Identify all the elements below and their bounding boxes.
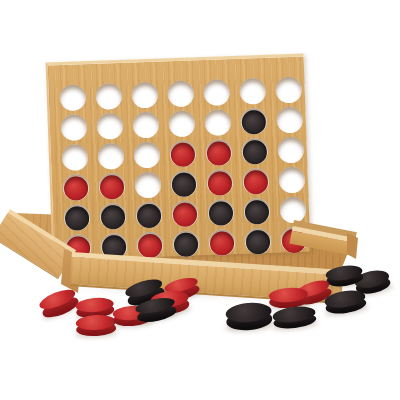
board-cell[interactable] — [173, 230, 200, 257]
red-disc — [99, 175, 124, 200]
board-cell[interactable] — [278, 167, 305, 194]
board-cell[interactable] — [205, 139, 232, 166]
board-cell[interactable] — [136, 202, 163, 229]
red-disc — [172, 202, 197, 227]
board-cell[interactable] — [276, 107, 303, 134]
board-cell[interactable] — [245, 228, 272, 255]
red-disc — [209, 231, 234, 256]
board-cell[interactable] — [100, 203, 127, 230]
board-cell[interactable] — [277, 137, 304, 164]
red-disc — [207, 171, 232, 196]
board-cell[interactable] — [135, 172, 162, 199]
board-grid — [48, 57, 311, 262]
tray-right-rim-end — [347, 233, 359, 260]
board-cell[interactable] — [137, 232, 164, 259]
black-disc — [64, 206, 89, 231]
black-disc — [242, 140, 267, 165]
red-disc — [243, 170, 268, 195]
board-cell[interactable] — [167, 80, 194, 107]
board-cell[interactable] — [239, 78, 266, 105]
black-disc — [244, 200, 269, 225]
black-disc — [100, 205, 125, 230]
board-cell[interactable] — [242, 168, 269, 195]
board-cell[interactable] — [206, 169, 233, 196]
board-cell[interactable] — [62, 144, 89, 171]
loose-disc-red[interactable] — [37, 286, 81, 322]
board-cell[interactable] — [95, 83, 122, 110]
board-cell[interactable] — [59, 84, 86, 111]
board-cell[interactable] — [131, 82, 158, 109]
black-disc — [136, 203, 161, 228]
board-cell[interactable] — [203, 79, 230, 106]
board-cell[interactable] — [172, 200, 199, 227]
board-cell[interactable] — [170, 170, 197, 197]
board-cell[interactable] — [132, 112, 159, 139]
board-cell[interactable] — [209, 229, 236, 256]
board-cell[interactable] — [64, 204, 91, 231]
board-cell[interactable] — [96, 113, 123, 140]
red-disc — [63, 176, 88, 201]
red-disc — [206, 141, 231, 166]
board-cell[interactable] — [97, 143, 124, 170]
board-cell[interactable] — [240, 108, 267, 135]
board-cell[interactable] — [208, 199, 235, 226]
black-disc — [171, 172, 196, 197]
black-disc — [241, 110, 266, 135]
red-disc — [170, 142, 195, 167]
connect-four-board — [46, 54, 311, 261]
board-cell[interactable] — [275, 77, 302, 104]
loose-disc-black[interactable] — [272, 304, 317, 331]
photo-stage — [0, 0, 400, 400]
loose-disc-black[interactable] — [225, 301, 273, 333]
board-cell[interactable] — [63, 174, 90, 201]
board-cell[interactable] — [133, 142, 160, 169]
board-cell[interactable] — [241, 138, 268, 165]
board-cell[interactable] — [168, 110, 195, 137]
board-cell[interactable] — [99, 173, 126, 200]
black-disc — [245, 230, 270, 255]
black-disc — [208, 201, 233, 226]
loose-disc-black[interactable] — [323, 288, 367, 317]
board-cell[interactable] — [243, 198, 270, 225]
board-cell[interactable] — [279, 197, 306, 224]
black-disc — [173, 232, 198, 257]
board-cell[interactable] — [60, 114, 87, 141]
loose-disc-red[interactable] — [75, 314, 116, 338]
red-disc — [137, 233, 162, 258]
board-cell[interactable] — [204, 109, 231, 136]
board-cell[interactable] — [169, 140, 196, 167]
